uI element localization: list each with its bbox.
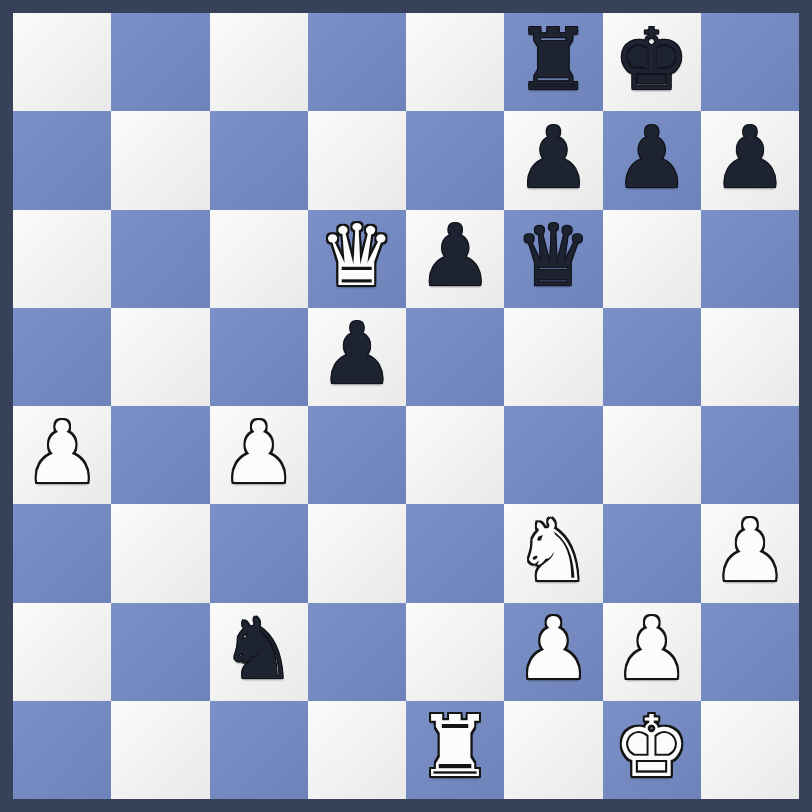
- square-c5[interactable]: [210, 308, 308, 406]
- square-f1[interactable]: [504, 701, 602, 799]
- square-f2[interactable]: ♟: [504, 603, 602, 701]
- piece-white-pawn[interactable]: ♟: [614, 606, 690, 691]
- square-b6[interactable]: [111, 210, 209, 308]
- square-d7[interactable]: [308, 111, 406, 209]
- piece-white-knight[interactable]: ♞: [515, 508, 591, 593]
- square-a3[interactable]: [13, 504, 111, 602]
- square-g3[interactable]: [603, 504, 701, 602]
- square-c4[interactable]: ♟: [210, 406, 308, 504]
- square-d5[interactable]: ♟: [308, 308, 406, 406]
- square-g1[interactable]: ♚: [603, 701, 701, 799]
- square-h4[interactable]: [701, 406, 799, 504]
- square-d3[interactable]: [308, 504, 406, 602]
- square-h3[interactable]: ♟: [701, 504, 799, 602]
- square-g8[interactable]: ♚: [603, 13, 701, 111]
- square-g6[interactable]: [603, 210, 701, 308]
- piece-white-pawn[interactable]: ♟: [221, 410, 297, 495]
- square-a8[interactable]: [13, 13, 111, 111]
- square-h8[interactable]: [701, 13, 799, 111]
- piece-black-rook[interactable]: ♜: [515, 17, 591, 102]
- square-a4[interactable]: ♟: [13, 406, 111, 504]
- square-a5[interactable]: [13, 308, 111, 406]
- square-e4[interactable]: [406, 406, 504, 504]
- square-d8[interactable]: [308, 13, 406, 111]
- piece-white-pawn[interactable]: ♟: [24, 410, 100, 495]
- square-c6[interactable]: [210, 210, 308, 308]
- piece-black-pawn[interactable]: ♟: [319, 311, 395, 396]
- square-a1[interactable]: [13, 701, 111, 799]
- square-g2[interactable]: ♟: [603, 603, 701, 701]
- square-d6[interactable]: ♛: [308, 210, 406, 308]
- square-e7[interactable]: [406, 111, 504, 209]
- square-b7[interactable]: [111, 111, 209, 209]
- square-c1[interactable]: [210, 701, 308, 799]
- square-f5[interactable]: [504, 308, 602, 406]
- square-e5[interactable]: [406, 308, 504, 406]
- square-g7[interactable]: ♟: [603, 111, 701, 209]
- piece-black-king[interactable]: ♚: [614, 17, 690, 102]
- square-b5[interactable]: [111, 308, 209, 406]
- piece-black-pawn[interactable]: ♟: [515, 115, 591, 200]
- piece-black-pawn[interactable]: ♟: [712, 115, 788, 200]
- square-c8[interactable]: [210, 13, 308, 111]
- square-b8[interactable]: [111, 13, 209, 111]
- square-h1[interactable]: [701, 701, 799, 799]
- square-f4[interactable]: [504, 406, 602, 504]
- square-b3[interactable]: [111, 504, 209, 602]
- square-h6[interactable]: [701, 210, 799, 308]
- square-d2[interactable]: [308, 603, 406, 701]
- square-d4[interactable]: [308, 406, 406, 504]
- square-h2[interactable]: [701, 603, 799, 701]
- square-g4[interactable]: [603, 406, 701, 504]
- square-c2[interactable]: ♞: [210, 603, 308, 701]
- square-g5[interactable]: [603, 308, 701, 406]
- piece-black-pawn[interactable]: ♟: [614, 115, 690, 200]
- square-a7[interactable]: [13, 111, 111, 209]
- square-b4[interactable]: [111, 406, 209, 504]
- square-e6[interactable]: ♟: [406, 210, 504, 308]
- square-c3[interactable]: [210, 504, 308, 602]
- chess-board: ♜♚♟♟♟♛♟♛♟♟♟♞♟♞♟♟♜♚: [13, 13, 799, 799]
- square-a2[interactable]: [13, 603, 111, 701]
- square-c7[interactable]: [210, 111, 308, 209]
- square-e3[interactable]: [406, 504, 504, 602]
- square-b2[interactable]: [111, 603, 209, 701]
- square-f3[interactable]: ♞: [504, 504, 602, 602]
- square-a6[interactable]: [13, 210, 111, 308]
- square-e2[interactable]: [406, 603, 504, 701]
- piece-white-rook[interactable]: ♜: [417, 704, 493, 789]
- piece-white-pawn[interactable]: ♟: [712, 508, 788, 593]
- piece-black-pawn[interactable]: ♟: [417, 213, 493, 298]
- square-h5[interactable]: [701, 308, 799, 406]
- square-e8[interactable]: [406, 13, 504, 111]
- square-e1[interactable]: ♜: [406, 701, 504, 799]
- square-h7[interactable]: ♟: [701, 111, 799, 209]
- piece-black-queen[interactable]: ♛: [515, 213, 591, 298]
- square-b1[interactable]: [111, 701, 209, 799]
- square-f8[interactable]: ♜: [504, 13, 602, 111]
- piece-white-pawn[interactable]: ♟: [515, 606, 591, 691]
- board-frame: ♜♚♟♟♟♛♟♛♟♟♟♞♟♞♟♟♜♚: [0, 0, 812, 812]
- square-f7[interactable]: ♟: [504, 111, 602, 209]
- piece-white-queen[interactable]: ♛: [319, 213, 395, 298]
- square-d1[interactable]: [308, 701, 406, 799]
- piece-white-king[interactable]: ♚: [614, 704, 690, 789]
- square-f6[interactable]: ♛: [504, 210, 602, 308]
- piece-black-knight[interactable]: ♞: [221, 606, 297, 691]
